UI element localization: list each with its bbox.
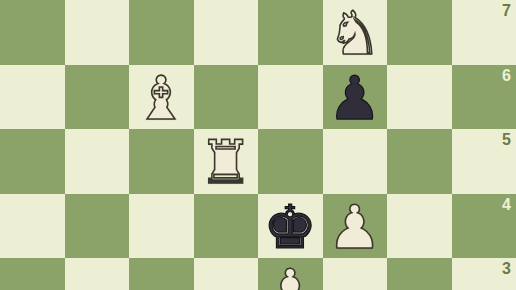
square-b5[interactable] [65,129,130,194]
square-h3[interactable]: 3 [452,258,516,290]
black-pawn-piece[interactable]: ♟ [323,66,388,131]
square-e5[interactable] [258,129,323,194]
square-g7[interactable] [387,0,452,65]
white-knight-piece[interactable]: ♞ [323,1,388,66]
square-a5[interactable] [0,129,65,194]
square-b7[interactable] [65,0,130,65]
square-a3[interactable] [0,258,65,290]
square-e4[interactable]: ♚ [258,194,323,259]
square-d7[interactable] [194,0,259,65]
square-h4[interactable]: 4 [452,194,516,259]
rank-label-5: 5 [502,131,511,149]
white-pawn-piece[interactable]: ♟ [258,259,323,290]
rank-label-3: 3 [502,260,511,278]
square-g3[interactable] [387,258,452,290]
square-b4[interactable] [65,194,130,259]
chess-board: ♞7♝♟6♜5♚♟4♟3 [0,0,516,290]
white-pawn-piece[interactable]: ♟ [323,195,388,260]
square-h6[interactable]: 6 [452,65,516,130]
square-c6[interactable]: ♝ [129,65,194,130]
square-a7[interactable] [0,0,65,65]
square-f5[interactable] [323,129,388,194]
white-rook-piece[interactable]: ♜ [194,130,259,195]
square-g4[interactable] [387,194,452,259]
square-b3[interactable] [65,258,130,290]
square-d5[interactable]: ♜ [194,129,259,194]
square-e6[interactable] [258,65,323,130]
square-a6[interactable] [0,65,65,130]
square-f4[interactable]: ♟ [323,194,388,259]
rank-label-7: 7 [502,2,511,20]
square-c7[interactable] [129,0,194,65]
square-c5[interactable] [129,129,194,194]
square-a4[interactable] [0,194,65,259]
chess-diagram: ♞7♝♟6♜5♚♟4♟3 [0,0,516,290]
square-f7[interactable]: ♞ [323,0,388,65]
square-c3[interactable] [129,258,194,290]
square-e3[interactable]: ♟ [258,258,323,290]
square-e7[interactable] [258,0,323,65]
square-g5[interactable] [387,129,452,194]
square-h5[interactable]: 5 [452,129,516,194]
square-g6[interactable] [387,65,452,130]
square-d6[interactable] [194,65,259,130]
white-bishop-piece[interactable]: ♝ [129,66,194,131]
square-f3[interactable] [323,258,388,290]
square-f6[interactable]: ♟ [323,65,388,130]
square-h7[interactable]: 7 [452,0,516,65]
square-b6[interactable] [65,65,130,130]
rank-label-4: 4 [502,196,511,214]
square-d4[interactable] [194,194,259,259]
black-king-piece[interactable]: ♚ [258,195,323,260]
square-c4[interactable] [129,194,194,259]
square-d3[interactable] [194,258,259,290]
rank-label-6: 6 [502,67,511,85]
